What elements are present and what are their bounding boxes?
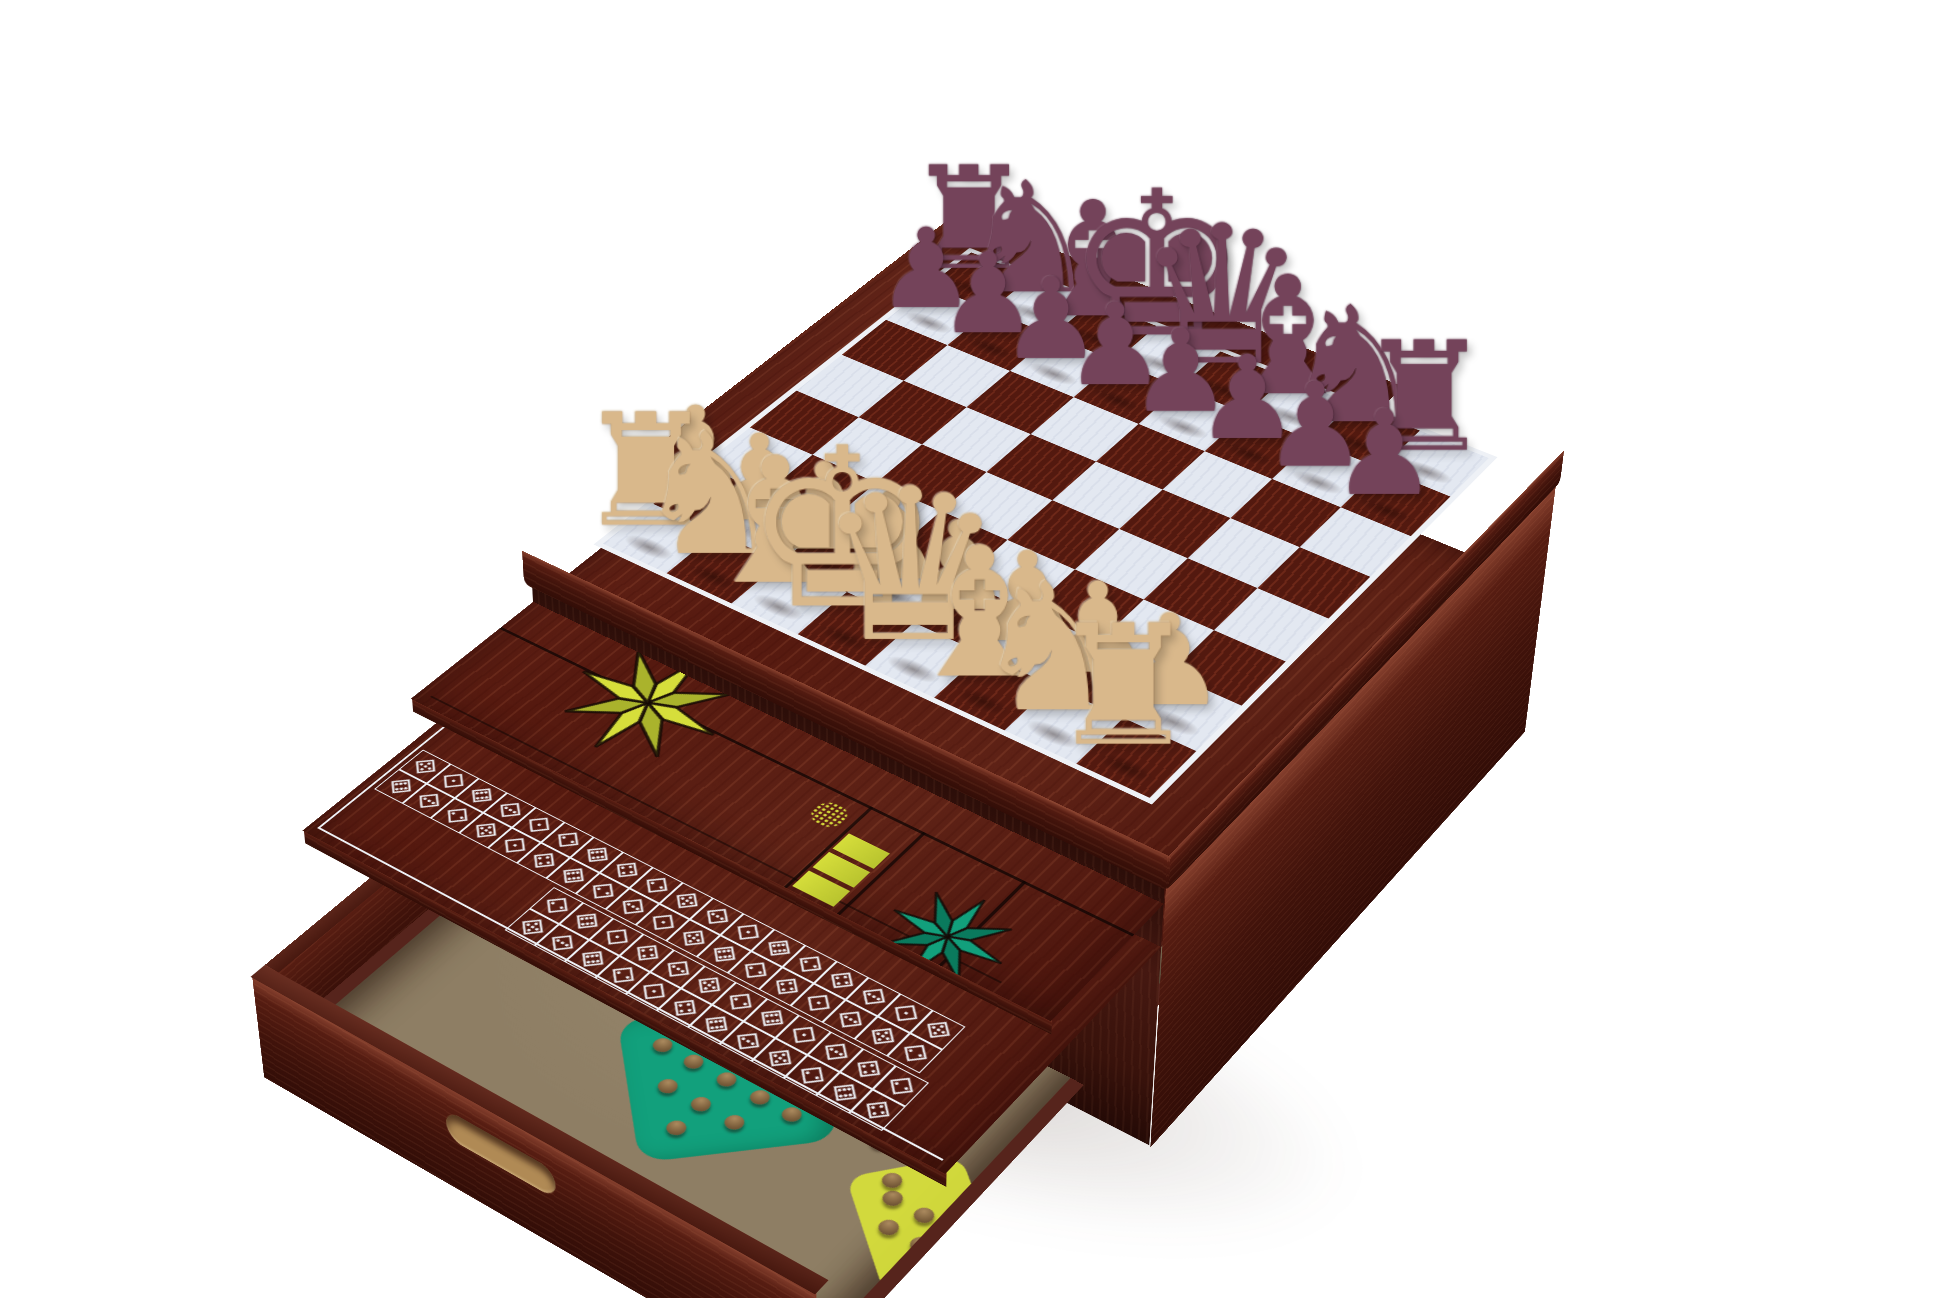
peg-hole bbox=[941, 1222, 970, 1244]
die-face-4-icon: ⚃ bbox=[862, 1100, 893, 1120]
die-face-1-icon: ⚀ bbox=[803, 993, 833, 1012]
die-face-4-icon: ⚃ bbox=[612, 861, 640, 879]
die-face-2-icon: ⚁ bbox=[443, 807, 470, 824]
die-face-2-icon: ⚁ bbox=[588, 882, 616, 900]
product-photo-scene: ⚄⚀⚅⚂⚀⚁⚅⚃⚁⚄⚂⚀⚅⚁⚃⚂⚀⚄⚅⚂⚁⚄⚀⚃⚅⚁⚂⚀⚄⚅⚁⚃⚀⚂⚄⚁⚁⚅⚀⚃… bbox=[0, 0, 1946, 1298]
die-face-2-icon: ⚁ bbox=[642, 876, 670, 894]
die-face-3-icon: ⚂ bbox=[496, 802, 523, 819]
die-face-1-icon: ⚀ bbox=[639, 982, 668, 1001]
die-face-1-icon: ⚀ bbox=[788, 1025, 818, 1045]
die-face-2-icon: ⚁ bbox=[554, 831, 582, 848]
die-face-4-icon: ⚃ bbox=[530, 852, 558, 870]
die-face-4-icon: ⚃ bbox=[633, 944, 662, 963]
die-face-6-icon: ⚅ bbox=[468, 787, 495, 804]
die-face-3-icon: ⚂ bbox=[702, 907, 731, 925]
die-face-3-icon: ⚂ bbox=[820, 1042, 850, 1062]
die-face-5-icon: ⚄ bbox=[412, 758, 438, 775]
die-face-2-icon: ⚁ bbox=[899, 1043, 930, 1063]
die-face-1-icon: ⚀ bbox=[440, 772, 467, 789]
die-face-6-icon: ⚅ bbox=[578, 950, 607, 969]
die-face-3-icon: ⚂ bbox=[618, 898, 646, 916]
die-face-3-icon: ⚂ bbox=[663, 960, 692, 979]
die-face-5-icon: ⚄ bbox=[694, 976, 723, 995]
die-face-3-icon: ⚂ bbox=[415, 792, 442, 809]
die-face-6-icon: ⚅ bbox=[829, 1083, 860, 1103]
ludo-dotted-circle bbox=[804, 798, 854, 832]
die-face-2-icon: ⚁ bbox=[543, 896, 571, 914]
die-face-2-icon: ⚁ bbox=[608, 966, 637, 985]
die-face-5-icon: ⚄ bbox=[472, 822, 499, 839]
die-face-2-icon: ⚁ bbox=[885, 1076, 916, 1096]
die-face-6-icon: ⚅ bbox=[583, 846, 611, 864]
die-face-6-icon: ⚅ bbox=[709, 945, 738, 964]
die-face-6-icon: ⚅ bbox=[757, 1009, 787, 1028]
die-face-6-icon: ⚅ bbox=[387, 778, 413, 795]
p-glyph: ♟ bbox=[1262, 395, 1507, 513]
die-face-6-icon: ⚅ bbox=[764, 939, 793, 958]
die-face-2-icon: ⚁ bbox=[740, 961, 769, 980]
die-face-2-icon: ⚁ bbox=[725, 992, 755, 1011]
die-face-5-icon: ⚄ bbox=[679, 929, 708, 948]
die-face-3-icon: ⚂ bbox=[732, 1031, 762, 1051]
die-face-4-icon: ⚃ bbox=[670, 998, 699, 1017]
die-face-1-icon: ⚀ bbox=[602, 928, 631, 947]
die-face-5-icon: ⚄ bbox=[672, 892, 700, 910]
die-face-2-icon: ⚁ bbox=[796, 1065, 826, 1085]
die-face-6-icon: ⚅ bbox=[559, 867, 587, 885]
die-face-4-icon: ⚃ bbox=[853, 1059, 884, 1079]
die-face-3-icon: ⚂ bbox=[548, 934, 576, 953]
die-face-4-icon: ⚃ bbox=[772, 977, 802, 996]
die-face-1-icon: ⚀ bbox=[733, 923, 762, 941]
die-face-1-icon: ⚀ bbox=[648, 913, 677, 931]
die-face-3-icon: ⚂ bbox=[858, 987, 888, 1006]
die-face-4-icon: ⚃ bbox=[826, 971, 856, 990]
die-face-3-icon: ⚂ bbox=[835, 1010, 865, 1029]
yellow-peg-patch bbox=[846, 1156, 1003, 1293]
die-face-1-icon: ⚀ bbox=[525, 816, 552, 833]
r-glyph: ♜ bbox=[990, 604, 1256, 771]
die-face-1-icon: ⚀ bbox=[501, 837, 528, 855]
die-face-6-icon: ⚅ bbox=[701, 1015, 731, 1034]
die-face-6-icon: ⚅ bbox=[572, 912, 600, 930]
die-face-1-icon: ⚀ bbox=[890, 1004, 920, 1023]
die-face-2-icon: ⚁ bbox=[795, 955, 824, 974]
die-face-5-icon: ⚄ bbox=[518, 918, 546, 936]
die-face-5-icon: ⚄ bbox=[867, 1026, 897, 1046]
die-face-5-icon: ⚄ bbox=[764, 1048, 794, 1068]
die-face-5-icon: ⚄ bbox=[923, 1020, 954, 1040]
